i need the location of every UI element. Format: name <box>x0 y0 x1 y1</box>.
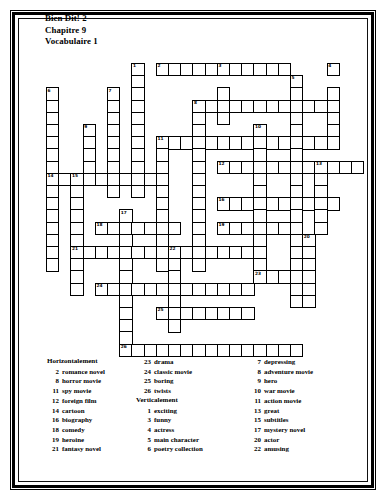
clue-line: 21fantasy novel <box>42 444 105 454</box>
clue-text: horror movie <box>62 376 101 386</box>
clue-number: 10 <box>244 386 264 396</box>
grid-cell[interactable] <box>107 185 120 198</box>
clue-column-2: 23drama24classic movie25boring26twistsVe… <box>131 357 203 454</box>
clue-text: boring <box>154 376 174 386</box>
clue-text: amusing <box>264 444 289 454</box>
clue-text: exciting <box>154 406 177 416</box>
clue-text: mystery novel <box>264 425 305 435</box>
clue-list-header: Verticalement <box>131 396 203 406</box>
clue-line: 1exciting <box>131 406 203 416</box>
clue-line: 18comedy <box>42 425 105 435</box>
grid-cell[interactable] <box>168 222 181 235</box>
grid-cell[interactable] <box>192 258 205 271</box>
clue-number: 3 <box>131 415 154 425</box>
clue-number: 14 <box>42 406 62 416</box>
clue-number: 21 <box>42 444 62 454</box>
clue-column-1: Horizontalement2romance novel8horror mov… <box>42 357 105 454</box>
clue-line: 16biography <box>42 415 105 425</box>
clue-text: classic movie <box>154 367 192 377</box>
grid-cell[interactable] <box>314 222 327 235</box>
clue-text: main character <box>154 435 199 445</box>
clue-number: 17 <box>244 425 264 435</box>
clue-number: 7 <box>244 357 264 367</box>
grid-cell[interactable] <box>168 319 181 332</box>
grid-cell[interactable] <box>131 185 144 198</box>
clue-text: biography <box>62 415 92 425</box>
clue-line: 2romance novel <box>42 367 105 377</box>
clue-number: 8 <box>244 367 264 377</box>
clue-number: 20 <box>244 435 264 445</box>
clue-text: action movie <box>264 396 301 406</box>
grid-cell[interactable] <box>241 283 254 296</box>
clue-text: heroine <box>62 435 84 445</box>
clue-number: 24 <box>131 367 154 377</box>
clue-line: 8adventure movie <box>244 367 313 377</box>
clue-number: 12 <box>42 396 62 406</box>
clue-text: war movie <box>264 386 295 396</box>
clue-line: 24classic movie <box>131 367 203 377</box>
clue-text: cartoon <box>62 406 85 416</box>
clue-number: 19 <box>42 435 62 445</box>
clue-column-3: 7depressing8adventure movie9hero10war mo… <box>244 357 313 454</box>
grid-cell[interactable] <box>327 136 340 149</box>
clue-number: 15 <box>244 415 264 425</box>
clue-line: 17mystery novel <box>244 425 313 435</box>
clue-text: actor <box>264 435 279 445</box>
clue-line: 11spy movie <box>42 386 105 396</box>
clue-line: 8horror movie <box>42 376 105 386</box>
clue-line: 9hero <box>244 376 313 386</box>
clue-number: 16 <box>42 415 62 425</box>
clue-number: 2 <box>42 367 62 377</box>
grid-cell[interactable] <box>302 295 315 308</box>
title-line-1: Bien Dit! 2 <box>45 13 98 25</box>
clue-line: 12foreign film <box>42 396 105 406</box>
clue-number: 25 <box>131 376 154 386</box>
clue-line: 6poetry collection <box>131 444 203 454</box>
clue-line: 3funny <box>131 415 203 425</box>
clue-line: 7depressing <box>244 357 313 367</box>
grid-cell[interactable] <box>241 307 254 320</box>
clue-text: funny <box>154 415 171 425</box>
worksheet-page: Bien Dit! 2 Chapitre 9 Vocabulaire 1 123… <box>0 0 386 500</box>
clue-line: 26twists <box>131 386 203 396</box>
grid-cell[interactable] <box>46 258 59 271</box>
clue-text: romance novel <box>62 367 105 377</box>
clue-number: 9 <box>244 376 264 386</box>
clue-text: foreign film <box>62 396 97 406</box>
clue-text: depressing <box>264 357 295 367</box>
clue-list-header: Horizontalement <box>42 357 105 367</box>
grid-cell[interactable] <box>327 63 340 76</box>
clue-line: 11action movie <box>244 396 313 406</box>
clue-number: 4 <box>131 425 154 435</box>
clue-number: 13 <box>244 406 264 416</box>
clue-number: 26 <box>131 386 154 396</box>
clue-line: 20actor <box>244 435 313 445</box>
title-line-2: Chapitre 9 <box>45 25 98 37</box>
clue-number: 6 <box>131 444 154 454</box>
clue-line: 4actress <box>131 425 203 435</box>
clue-text: hero <box>264 376 277 386</box>
clue-number: 18 <box>42 425 62 435</box>
clue-text: great <box>264 406 279 416</box>
clue-line: 15subtitles <box>244 415 313 425</box>
clue-text: poetry collection <box>154 444 203 454</box>
grid-cell[interactable] <box>217 112 230 125</box>
clue-line: 5main character <box>131 435 203 445</box>
clue-text: drama <box>154 357 174 367</box>
grid-cell[interactable] <box>351 161 364 174</box>
clue-text: subtitles <box>264 415 289 425</box>
clue-text: twists <box>154 386 171 396</box>
clue-number: 8 <box>42 376 62 386</box>
clue-line: 22amusing <box>244 444 313 454</box>
clue-line: 19heroine <box>42 435 105 445</box>
clue-number: 5 <box>131 435 154 445</box>
clue-text: adventure movie <box>264 367 313 377</box>
title-line-3: Vocabulaire 1 <box>45 36 98 48</box>
clue-number: 1 <box>131 406 154 416</box>
clue-text: spy movie <box>62 386 91 396</box>
title-block: Bien Dit! 2 Chapitre 9 Vocabulaire 1 <box>45 13 98 48</box>
clue-text: fantasy novel <box>62 444 101 454</box>
clue-text: actress <box>154 425 174 435</box>
clue-number: 11 <box>42 386 62 396</box>
grid-cell[interactable] <box>327 197 340 210</box>
clue-line: 14cartoon <box>42 406 105 416</box>
clue-line: 13great <box>244 406 313 416</box>
clue-line: 25boring <box>131 376 203 386</box>
clue-number: 11 <box>244 396 264 406</box>
grid-cell[interactable] <box>290 344 303 357</box>
clue-line: 23drama <box>131 357 203 367</box>
grid-cell[interactable] <box>70 283 83 296</box>
clue-line: 10war movie <box>244 386 313 396</box>
clue-text: comedy <box>62 425 85 435</box>
clue-number: 23 <box>131 357 154 367</box>
clue-number: 22 <box>244 444 264 454</box>
